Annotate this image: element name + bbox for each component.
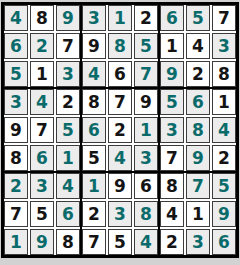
sudoku-cell-r9c5[interactable]: 5 [108,229,132,255]
sudoku-cell-r7c9[interactable]: 5 [212,173,236,199]
sudoku-cell-r9c2[interactable]: 9 [30,229,54,255]
box-r1c3: 657143928 [160,5,236,87]
sudoku-cell-r4c1[interactable]: 3 [4,89,28,115]
box-r1c2: 312985467 [82,5,158,87]
sudoku-cell-r3c2[interactable]: 1 [30,61,54,87]
sudoku-cell-r2c5[interactable]: 8 [108,33,132,59]
sudoku-cell-r8c5[interactable]: 3 [108,201,132,227]
sudoku-cell-r1c8[interactable]: 5 [186,5,210,31]
sudoku-cell-r1c5[interactable]: 1 [108,5,132,31]
sudoku-cell-r6c5[interactable]: 4 [108,145,132,171]
sudoku-cell-r1c4[interactable]: 3 [82,5,106,31]
sudoku-cell-r2c8[interactable]: 4 [186,33,210,59]
box-r2c1: 342975861 [4,89,80,171]
sudoku-cell-r6c7[interactable]: 7 [160,145,184,171]
sudoku-cell-r1c9[interactable]: 7 [212,5,236,31]
sudoku-cell-r9c8[interactable]: 3 [186,229,210,255]
sudoku-cell-r3c5[interactable]: 6 [108,61,132,87]
sudoku-cell-r9c9[interactable]: 6 [212,229,236,255]
sudoku-cell-r9c6[interactable]: 4 [134,229,158,255]
box-r3c1: 234756198 [4,173,80,255]
sudoku-cell-r7c5[interactable]: 9 [108,173,132,199]
sudoku-cell-r7c1[interactable]: 2 [4,173,28,199]
sudoku-cell-r5c2[interactable]: 7 [30,117,54,143]
sudoku-cell-r3c6[interactable]: 7 [134,61,158,87]
sudoku-cell-r7c7[interactable]: 8 [160,173,184,199]
sudoku-cell-r6c4[interactable]: 5 [82,145,106,171]
sudoku-cell-r9c1[interactable]: 1 [4,229,28,255]
sudoku-cell-r1c2[interactable]: 8 [30,5,54,31]
sudoku-cell-r8c3[interactable]: 6 [56,201,80,227]
sudoku-cell-r6c3[interactable]: 1 [56,145,80,171]
sudoku-cell-r3c1[interactable]: 5 [4,61,28,87]
sudoku-cell-r5c5[interactable]: 2 [108,117,132,143]
sudoku-cell-r3c7[interactable]: 9 [160,61,184,87]
sudoku-cell-r8c1[interactable]: 7 [4,201,28,227]
sudoku-cell-r3c8[interactable]: 2 [186,61,210,87]
sudoku-cell-r3c3[interactable]: 3 [56,61,80,87]
box-r3c3: 875419236 [160,173,236,255]
sudoku-cell-r1c3[interactable]: 9 [56,5,80,31]
sudoku-cell-r7c2[interactable]: 3 [30,173,54,199]
sudoku-cell-r6c8[interactable]: 9 [186,145,210,171]
sudoku-cell-r8c9[interactable]: 9 [212,201,236,227]
sudoku-cell-r1c7[interactable]: 6 [160,5,184,31]
sudoku-cell-r5c9[interactable]: 4 [212,117,236,143]
sudoku-cell-r5c3[interactable]: 5 [56,117,80,143]
sudoku-cell-r4c9[interactable]: 1 [212,89,236,115]
sudoku-cell-r3c4[interactable]: 4 [82,61,106,87]
sudoku-cell-r2c2[interactable]: 2 [30,33,54,59]
sudoku-cell-r6c1[interactable]: 8 [4,145,28,171]
sudoku-cell-r4c2[interactable]: 4 [30,89,54,115]
sudoku-cell-r9c7[interactable]: 2 [160,229,184,255]
sudoku-cell-r1c1[interactable]: 4 [4,5,28,31]
sudoku-cell-r4c8[interactable]: 6 [186,89,210,115]
sudoku-cell-r2c9[interactable]: 3 [212,33,236,59]
sudoku-cell-r8c8[interactable]: 1 [186,201,210,227]
box-r3c2: 196238754 [82,173,158,255]
sudoku-cell-r8c2[interactable]: 5 [30,201,54,227]
sudoku-cell-r7c8[interactable]: 7 [186,173,210,199]
sudoku-cell-r5c8[interactable]: 8 [186,117,210,143]
page-background: 4896275133129854676571439283429758618796… [0,0,240,265]
sudoku-cell-r1c6[interactable]: 2 [134,5,158,31]
sudoku-cell-r4c3[interactable]: 2 [56,89,80,115]
sudoku-cell-r2c4[interactable]: 9 [82,33,106,59]
sudoku-cell-r2c7[interactable]: 1 [160,33,184,59]
sudoku-cell-r5c4[interactable]: 6 [82,117,106,143]
sudoku-cell-r5c1[interactable]: 9 [4,117,28,143]
sudoku-board: 4896275133129854676571439283429758618796… [1,2,239,258]
sudoku-cell-r9c4[interactable]: 7 [82,229,106,255]
sudoku-cell-r8c7[interactable]: 4 [160,201,184,227]
sudoku-cell-r2c6[interactable]: 5 [134,33,158,59]
sudoku-cell-r7c3[interactable]: 4 [56,173,80,199]
sudoku-cell-r9c3[interactable]: 8 [56,229,80,255]
sudoku-cell-r6c2[interactable]: 6 [30,145,54,171]
sudoku-cell-r4c4[interactable]: 8 [82,89,106,115]
sudoku-cell-r5c7[interactable]: 3 [160,117,184,143]
sudoku-cell-r2c1[interactable]: 6 [4,33,28,59]
sudoku-cell-r3c9[interactable]: 8 [212,61,236,87]
sudoku-cell-r7c6[interactable]: 6 [134,173,158,199]
sudoku-cell-r8c4[interactable]: 2 [82,201,106,227]
box-r2c3: 561384792 [160,89,236,171]
sudoku-cell-r5c6[interactable]: 1 [134,117,158,143]
sudoku-cell-r2c3[interactable]: 7 [56,33,80,59]
sudoku-cell-r7c4[interactable]: 1 [82,173,106,199]
sudoku-cell-r8c6[interactable]: 8 [134,201,158,227]
sudoku-cell-r4c7[interactable]: 5 [160,89,184,115]
box-r2c2: 879621543 [82,89,158,171]
sudoku-cell-r6c6[interactable]: 3 [134,145,158,171]
sudoku-cell-r6c9[interactable]: 2 [212,145,236,171]
box-r1c1: 489627513 [4,5,80,87]
sudoku-cell-r4c6[interactable]: 9 [134,89,158,115]
sudoku-cell-r4c5[interactable]: 7 [108,89,132,115]
